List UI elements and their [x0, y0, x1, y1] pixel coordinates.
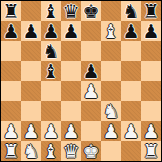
square-h6[interactable]: [141, 41, 161, 61]
square-a2[interactable]: ♟: [1, 121, 21, 141]
white-knight-b1-icon[interactable]: ♞: [22, 141, 39, 161]
square-d1[interactable]: ♛: [61, 141, 81, 161]
square-f3[interactable]: ♞: [101, 101, 121, 121]
square-d8[interactable]: ♛: [61, 1, 81, 21]
white-queen-d1-icon[interactable]: ♛: [62, 141, 79, 161]
square-c6[interactable]: ♞: [41, 41, 61, 61]
square-h3[interactable]: [141, 101, 161, 121]
white-pawn-g2-icon[interactable]: ♟: [122, 121, 139, 141]
square-b5[interactable]: [21, 61, 41, 81]
white-pawn-f2-icon[interactable]: ♟: [102, 121, 119, 141]
square-e4[interactable]: ♟: [81, 81, 101, 101]
black-pawn-h7-icon[interactable]: ♟: [142, 21, 159, 41]
square-a7[interactable]: ♟: [1, 21, 21, 41]
square-f4[interactable]: [101, 81, 121, 101]
black-rook-a8-icon[interactable]: ♜: [2, 1, 19, 21]
square-a6[interactable]: [1, 41, 21, 61]
square-a8[interactable]: ♜: [1, 1, 21, 21]
square-b7[interactable]: ♟: [21, 21, 41, 41]
square-g8[interactable]: ♞: [121, 1, 141, 21]
white-rook-h1-icon[interactable]: ♜: [142, 141, 159, 161]
square-d6[interactable]: [61, 41, 81, 61]
square-g3[interactable]: [121, 101, 141, 121]
white-pawn-d2-icon[interactable]: ♟: [62, 121, 79, 141]
square-g4[interactable]: [121, 81, 141, 101]
square-a4[interactable]: [1, 81, 21, 101]
square-h4[interactable]: [141, 81, 161, 101]
square-b4[interactable]: [21, 81, 41, 101]
white-pawn-e4-icon[interactable]: ♟: [82, 81, 99, 101]
square-b8[interactable]: [21, 1, 41, 21]
black-queen-d8-icon[interactable]: ♛: [62, 1, 79, 21]
white-bishop-c1-icon[interactable]: ♝: [42, 141, 59, 161]
square-c1[interactable]: ♝: [41, 141, 61, 161]
square-c4[interactable]: [41, 81, 61, 101]
square-d2[interactable]: ♟: [61, 121, 81, 141]
square-e5[interactable]: ♟: [81, 61, 101, 81]
white-pawn-a2-icon[interactable]: ♟: [2, 121, 19, 141]
white-bishop-f7-icon[interactable]: ♝: [102, 21, 119, 41]
chess-board: ♜♝♛♚♞♜♟♟♟♟♝♟♟♞♝♟♟♞♟♟♟♟♟♟♟♜♞♝♛♚♜: [1, 1, 161, 161]
square-f5[interactable]: [101, 61, 121, 81]
black-knight-g8-icon[interactable]: ♞: [122, 1, 139, 21]
square-c3[interactable]: [41, 101, 61, 121]
square-c8[interactable]: ♝: [41, 1, 61, 21]
square-h2[interactable]: ♟: [141, 121, 161, 141]
square-g1[interactable]: [121, 141, 141, 161]
square-g7[interactable]: ♟: [121, 21, 141, 41]
square-d5[interactable]: [61, 61, 81, 81]
square-d3[interactable]: [61, 101, 81, 121]
square-g5[interactable]: [121, 61, 141, 81]
black-bishop-c8-icon[interactable]: ♝: [42, 1, 59, 21]
square-e3[interactable]: [81, 101, 101, 121]
square-e7[interactable]: [81, 21, 101, 41]
square-b2[interactable]: ♟: [21, 121, 41, 141]
black-pawn-e5-icon[interactable]: ♟: [82, 61, 99, 81]
square-h1[interactable]: ♜: [141, 141, 161, 161]
square-f6[interactable]: [101, 41, 121, 61]
square-b3[interactable]: [21, 101, 41, 121]
square-e2[interactable]: [81, 121, 101, 141]
square-a3[interactable]: [1, 101, 21, 121]
white-pawn-h2-icon[interactable]: ♟: [142, 121, 159, 141]
square-a5[interactable]: [1, 61, 21, 81]
white-king-e1-icon[interactable]: ♚: [82, 141, 99, 161]
black-bishop-c5-icon[interactable]: ♝: [42, 61, 59, 81]
white-pawn-c2-icon[interactable]: ♟: [42, 121, 59, 141]
chess-board-frame: ♜♝♛♚♞♜♟♟♟♟♝♟♟♞♝♟♟♞♟♟♟♟♟♟♟♜♞♝♛♚♜: [0, 0, 162, 162]
square-h5[interactable]: [141, 61, 161, 81]
square-d4[interactable]: [61, 81, 81, 101]
white-pawn-b2-icon[interactable]: ♟: [22, 121, 39, 141]
white-rook-a1-icon[interactable]: ♜: [2, 141, 19, 161]
square-g2[interactable]: ♟: [121, 121, 141, 141]
black-king-e8-icon[interactable]: ♚: [82, 1, 99, 21]
square-f2[interactable]: ♟: [101, 121, 121, 141]
square-b1[interactable]: ♞: [21, 141, 41, 161]
square-c5[interactable]: ♝: [41, 61, 61, 81]
square-f7[interactable]: ♝: [101, 21, 121, 41]
square-c7[interactable]: ♟: [41, 21, 61, 41]
square-h8[interactable]: ♜: [141, 1, 161, 21]
square-e6[interactable]: [81, 41, 101, 61]
black-rook-h8-icon[interactable]: ♜: [142, 1, 159, 21]
black-pawn-g7-icon[interactable]: ♟: [122, 21, 139, 41]
white-knight-f3-icon[interactable]: ♞: [102, 101, 119, 121]
square-d7[interactable]: ♟: [61, 21, 81, 41]
square-g6[interactable]: [121, 41, 141, 61]
black-pawn-b7-icon[interactable]: ♟: [22, 21, 39, 41]
square-a1[interactable]: ♜: [1, 141, 21, 161]
square-b6[interactable]: [21, 41, 41, 61]
square-e1[interactable]: ♚: [81, 141, 101, 161]
black-knight-c6-icon[interactable]: ♞: [42, 41, 59, 61]
square-h7[interactable]: ♟: [141, 21, 161, 41]
square-e8[interactable]: ♚: [81, 1, 101, 21]
black-pawn-c7-icon[interactable]: ♟: [42, 21, 59, 41]
black-pawn-a7-icon[interactable]: ♟: [2, 21, 19, 41]
square-f8[interactable]: [101, 1, 121, 21]
black-pawn-d7-icon[interactable]: ♟: [62, 21, 79, 41]
square-f1[interactable]: [101, 141, 121, 161]
square-c2[interactable]: ♟: [41, 121, 61, 141]
